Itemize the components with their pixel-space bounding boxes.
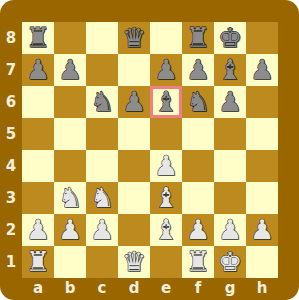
square-c2[interactable]: ♟ xyxy=(86,214,118,246)
square-e6[interactable]: ♝ xyxy=(150,86,182,118)
square-h6[interactable] xyxy=(246,86,278,118)
square-g7[interactable]: ♝ xyxy=(214,54,246,86)
file-label-d: d xyxy=(118,278,150,300)
rank-labels: 87654321 xyxy=(0,22,22,278)
file-label-c: c xyxy=(86,278,118,300)
square-c7[interactable] xyxy=(86,54,118,86)
square-h5[interactable] xyxy=(246,118,278,150)
white-bishop[interactable]: ♝ xyxy=(150,214,182,246)
square-f2[interactable]: ♟ xyxy=(182,214,214,246)
square-h4[interactable] xyxy=(246,150,278,182)
white-rook[interactable]: ♜ xyxy=(182,246,214,278)
square-d8[interactable]: ♛ xyxy=(118,22,150,54)
black-pawn[interactable]: ♟ xyxy=(246,54,278,86)
square-c3[interactable]: ♞ xyxy=(86,182,118,214)
square-f3[interactable] xyxy=(182,182,214,214)
square-e2[interactable]: ♝ xyxy=(150,214,182,246)
square-b6[interactable] xyxy=(54,86,86,118)
square-g1[interactable]: ♚ xyxy=(214,246,246,278)
black-bishop[interactable]: ♝ xyxy=(214,54,246,86)
square-b3[interactable]: ♞ xyxy=(54,182,86,214)
square-h3[interactable] xyxy=(246,182,278,214)
square-g2[interactable]: ♟ xyxy=(214,214,246,246)
black-rook[interactable]: ♜ xyxy=(22,22,54,54)
rank-label-5: 5 xyxy=(0,118,22,150)
square-b8[interactable] xyxy=(54,22,86,54)
square-e8[interactable] xyxy=(150,22,182,54)
black-pawn[interactable]: ♟ xyxy=(214,86,246,118)
square-h1[interactable] xyxy=(246,246,278,278)
chess-board-panel: 87654321 ♜♛♜♚♟♟♟♟♝♟♞♟♝♞♟♟♞♞♝♟♟♟♝♟♟♟♜♛♜♚ … xyxy=(0,0,299,300)
rank-label-4: 4 xyxy=(0,150,22,182)
white-queen[interactable]: ♛ xyxy=(118,246,150,278)
rank-label-1: 1 xyxy=(0,246,22,278)
rank-label-6: 6 xyxy=(0,86,22,118)
white-pawn[interactable]: ♟ xyxy=(150,150,182,182)
white-rook[interactable]: ♜ xyxy=(22,246,54,278)
square-e3[interactable]: ♝ xyxy=(150,182,182,214)
square-h8[interactable] xyxy=(246,22,278,54)
black-king[interactable]: ♚ xyxy=(214,22,246,54)
file-label-h: h xyxy=(246,278,278,300)
square-g4[interactable] xyxy=(214,150,246,182)
file-label-e: e xyxy=(150,278,182,300)
square-c1[interactable] xyxy=(86,246,118,278)
file-label-f: f xyxy=(182,278,214,300)
black-queen[interactable]: ♛ xyxy=(118,22,150,54)
square-g8[interactable]: ♚ xyxy=(214,22,246,54)
white-bishop[interactable]: ♝ xyxy=(150,182,182,214)
square-a3[interactable] xyxy=(22,182,54,214)
black-pawn[interactable]: ♟ xyxy=(118,86,150,118)
black-bishop[interactable]: ♝ xyxy=(150,86,182,118)
square-f8[interactable]: ♜ xyxy=(182,22,214,54)
square-f4[interactable] xyxy=(182,150,214,182)
square-b2[interactable]: ♟ xyxy=(54,214,86,246)
rank-label-2: 2 xyxy=(0,214,22,246)
black-pawn[interactable]: ♟ xyxy=(150,54,182,86)
square-d7[interactable] xyxy=(118,54,150,86)
square-a7[interactable]: ♟ xyxy=(22,54,54,86)
black-pawn[interactable]: ♟ xyxy=(22,54,54,86)
white-knight[interactable]: ♞ xyxy=(54,182,86,214)
square-f1[interactable]: ♜ xyxy=(182,246,214,278)
square-d5[interactable] xyxy=(118,118,150,150)
square-d3[interactable] xyxy=(118,182,150,214)
square-c8[interactable] xyxy=(86,22,118,54)
square-e5[interactable] xyxy=(150,118,182,150)
square-a2[interactable]: ♟ xyxy=(22,214,54,246)
file-label-a: a xyxy=(22,278,54,300)
square-a8[interactable]: ♜ xyxy=(22,22,54,54)
white-pawn[interactable]: ♟ xyxy=(182,214,214,246)
square-d1[interactable]: ♛ xyxy=(118,246,150,278)
square-a4[interactable] xyxy=(22,150,54,182)
file-labels: abcdefgh xyxy=(22,278,278,300)
rank-label-8: 8 xyxy=(0,22,22,54)
square-e7[interactable]: ♟ xyxy=(150,54,182,86)
square-b1[interactable] xyxy=(54,246,86,278)
square-c4[interactable] xyxy=(86,150,118,182)
white-pawn[interactable]: ♟ xyxy=(214,214,246,246)
square-b5[interactable] xyxy=(54,118,86,150)
white-pawn[interactable]: ♟ xyxy=(86,214,118,246)
square-f7[interactable]: ♟ xyxy=(182,54,214,86)
white-king[interactable]: ♚ xyxy=(214,246,246,278)
square-a6[interactable] xyxy=(22,86,54,118)
square-g6[interactable]: ♟ xyxy=(214,86,246,118)
black-rook[interactable]: ♜ xyxy=(182,22,214,54)
white-pawn[interactable]: ♟ xyxy=(22,214,54,246)
square-f6[interactable]: ♞ xyxy=(182,86,214,118)
rank-label-3: 3 xyxy=(0,182,22,214)
white-knight[interactable]: ♞ xyxy=(86,182,118,214)
square-c6[interactable]: ♞ xyxy=(86,86,118,118)
black-knight[interactable]: ♞ xyxy=(182,86,214,118)
black-pawn[interactable]: ♟ xyxy=(54,54,86,86)
white-pawn[interactable]: ♟ xyxy=(54,214,86,246)
square-b4[interactable] xyxy=(54,150,86,182)
square-g5[interactable] xyxy=(214,118,246,150)
white-pawn[interactable]: ♟ xyxy=(246,214,278,246)
file-label-g: g xyxy=(214,278,246,300)
square-h7[interactable]: ♟ xyxy=(246,54,278,86)
file-label-b: b xyxy=(54,278,86,300)
square-d6[interactable]: ♟ xyxy=(118,86,150,118)
black-pawn[interactable]: ♟ xyxy=(182,54,214,86)
chess-board[interactable]: ♜♛♜♚♟♟♟♟♝♟♞♟♝♞♟♟♞♞♝♟♟♟♝♟♟♟♜♛♜♚ xyxy=(22,22,278,278)
square-e1[interactable] xyxy=(150,246,182,278)
square-d2[interactable] xyxy=(118,214,150,246)
black-knight[interactable]: ♞ xyxy=(86,86,118,118)
square-h2[interactable]: ♟ xyxy=(246,214,278,246)
square-f5[interactable] xyxy=(182,118,214,150)
square-g3[interactable] xyxy=(214,182,246,214)
square-a1[interactable]: ♜ xyxy=(22,246,54,278)
rank-label-7: 7 xyxy=(0,54,22,86)
square-e4[interactable]: ♟ xyxy=(150,150,182,182)
square-d4[interactable] xyxy=(118,150,150,182)
square-b7[interactable]: ♟ xyxy=(54,54,86,86)
square-a5[interactable] xyxy=(22,118,54,150)
square-c5[interactable] xyxy=(86,118,118,150)
